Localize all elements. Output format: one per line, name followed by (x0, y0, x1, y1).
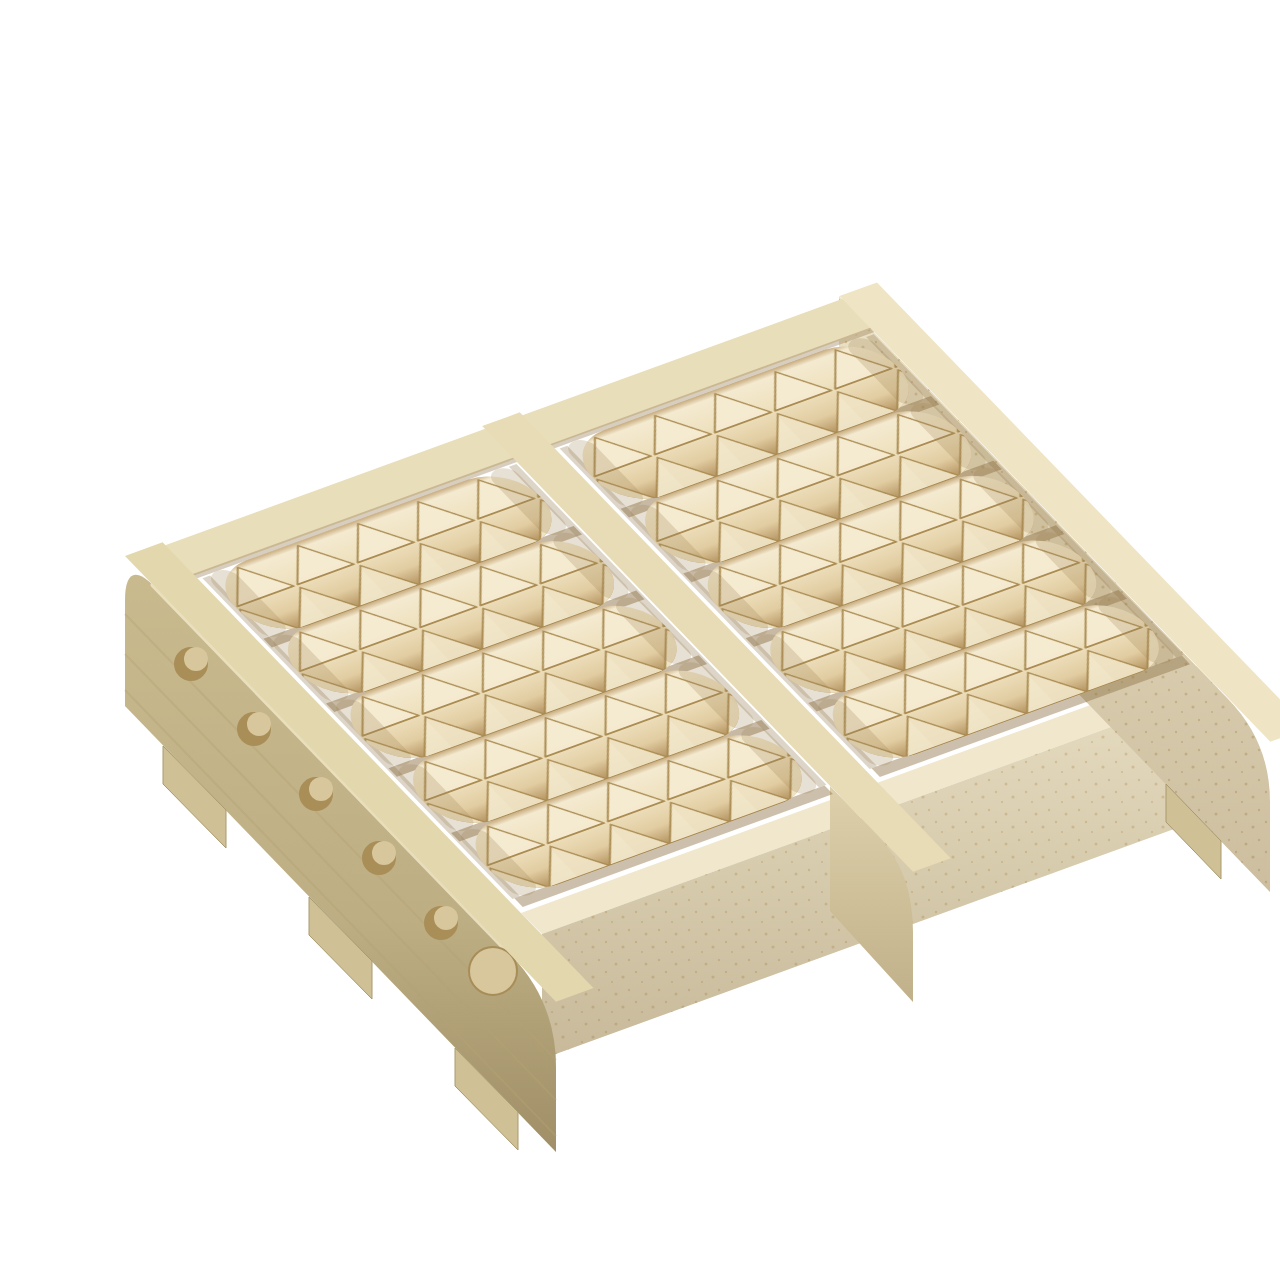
dowel-plug (469, 947, 517, 995)
product-photo (40, 16, 1280, 1280)
